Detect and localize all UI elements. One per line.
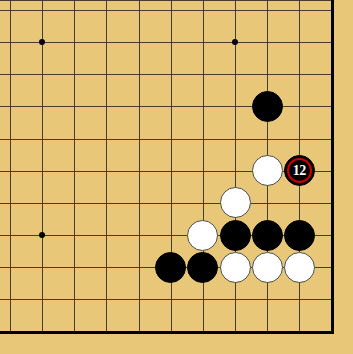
grid-vline — [74, 0, 75, 334]
black-stone-P3[interactable] — [187, 252, 218, 283]
grid-vline — [106, 0, 107, 334]
black-stone-R4[interactable] — [252, 220, 283, 251]
move-12-black-stone-S6[interactable]: 12 — [284, 155, 315, 186]
last-move-red-circle-mark: 12 — [287, 158, 312, 183]
white-stone-R3[interactable] — [252, 252, 283, 283]
white-stone-R6[interactable] — [252, 155, 283, 186]
white-stone-Q3[interactable] — [220, 252, 251, 283]
grid-hline — [0, 74, 334, 75]
go-board[interactable]: 12 — [0, 0, 353, 354]
grid-hline — [0, 10, 334, 11]
board-bottom-edge — [0, 331, 334, 334]
grid-vline — [203, 0, 204, 334]
grid-vline — [171, 0, 172, 334]
grid-vline — [235, 0, 236, 334]
black-stone-R8[interactable] — [252, 91, 283, 122]
grid-vline — [42, 0, 43, 334]
grid-vline — [139, 0, 140, 334]
black-stone-O3[interactable] — [155, 252, 186, 283]
white-stone-S3[interactable] — [284, 252, 315, 283]
grid-hline — [0, 203, 334, 204]
board-right-edge — [331, 0, 334, 334]
star-point-K4 — [39, 232, 45, 238]
grid-hline — [0, 106, 334, 107]
black-stone-S4[interactable] — [284, 220, 315, 251]
black-stone-Q4[interactable] — [220, 220, 251, 251]
grid-hline — [0, 42, 334, 43]
white-stone-P4[interactable] — [187, 220, 218, 251]
go-diagram: 12 — [0, 0, 353, 354]
white-stone-Q5[interactable] — [220, 187, 251, 218]
move-number-label: 12 — [293, 164, 306, 178]
star-point-K10 — [39, 39, 45, 45]
grid-hline — [0, 139, 334, 140]
grid-hline-top-crop — [0, 0, 334, 1]
star-point-Q10 — [232, 39, 238, 45]
grid-hline — [0, 299, 334, 300]
grid-vline — [10, 0, 11, 334]
